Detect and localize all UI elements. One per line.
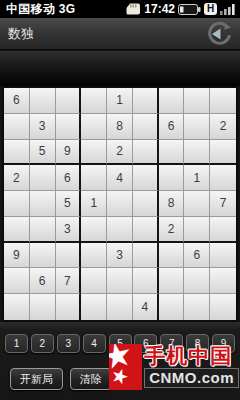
title-bar: 数独 [0,18,240,50]
sudoku-cell-r9c9[interactable] [210,294,236,320]
sudoku-cell-r6c2[interactable] [30,217,56,243]
sudoku-cell-r9c2[interactable] [30,294,56,320]
sudoku-cell-r5c7[interactable]: 8 [159,191,185,217]
sudoku-cell-r9c3[interactable] [56,294,82,320]
sudoku-cell-r7c7[interactable] [159,243,185,269]
key-8[interactable]: 8 [186,334,209,353]
sudoku-cell-r4c4[interactable] [81,165,107,191]
sudoku-cell-r5c4[interactable]: 1 [81,191,107,217]
sudoku-cell-r8c1[interactable] [4,268,30,294]
sudoku-cell-r5c5[interactable] [107,191,133,217]
key-4[interactable]: 4 [83,334,106,353]
sudoku-cell-r6c6[interactable] [133,217,159,243]
sudoku-cell-r8c3[interactable]: 7 [56,268,82,294]
sudoku-cell-r1c8[interactable] [184,88,210,114]
sudoku-cell-r6c3[interactable]: 3 [56,217,82,243]
sudoku-cell-r3c5[interactable]: 2 [107,140,133,166]
sudoku-cell-r5c2[interactable] [30,191,56,217]
sudoku-cell-r2c3[interactable] [56,114,82,140]
hspa-icon: H [204,3,217,15]
key-6[interactable]: 6 [134,334,157,353]
sudoku-cell-r4c8[interactable]: 1 [184,165,210,191]
sudoku-cell-r4c5[interactable]: 4 [107,165,133,191]
action-row: 开新局 清除 [0,368,240,392]
sudoku-cell-r1c6[interactable] [133,88,159,114]
clock: 17:42 [144,2,175,16]
sudoku-cell-r2c4[interactable] [81,114,107,140]
sudoku-cell-r7c1[interactable]: 9 [4,243,30,269]
sudoku-cell-r6c9[interactable] [210,217,236,243]
key-1[interactable]: 1 [5,334,28,353]
status-bar: 中国移动 3G 17:42 H [0,0,240,18]
key-2[interactable]: 2 [31,334,54,353]
key-7[interactable]: 7 [160,334,183,353]
sudoku-cell-r5c1[interactable] [4,191,30,217]
sudoku-cell-r8c7[interactable] [159,268,185,294]
carrier-label: 中国移动 3G [6,1,75,18]
sudoku-cell-r5c3[interactable]: 5 [56,191,82,217]
sudoku-cell-r8c5[interactable] [107,268,133,294]
sudoku-cell-r2c9[interactable]: 2 [210,114,236,140]
sudoku-cell-r1c3[interactable] [56,88,82,114]
sudoku-cell-r2c2[interactable]: 3 [30,114,56,140]
sudoku-cell-r6c5[interactable] [107,217,133,243]
sudoku-cell-r7c5[interactable]: 3 [107,243,133,269]
sudoku-board: 6138625922641518732936674 [2,86,238,322]
sudoku-cell-r7c8[interactable]: 6 [184,243,210,269]
sudoku-cell-r7c4[interactable] [81,243,107,269]
new-game-button[interactable]: 开新局 [10,368,63,390]
sudoku-cell-r1c2[interactable] [30,88,56,114]
sudoku-cell-r5c6[interactable] [133,191,159,217]
sudoku-cell-r9c8[interactable] [184,294,210,320]
sudoku-cell-r5c8[interactable] [184,191,210,217]
page-title: 数独 [8,25,34,43]
sudoku-cell-r9c4[interactable] [81,294,107,320]
key-9[interactable]: 9 [212,334,235,353]
sudoku-cell-r8c8[interactable] [184,268,210,294]
sudoku-cell-r8c9[interactable] [210,268,236,294]
sudoku-cell-r4c2[interactable] [30,165,56,191]
sudoku-cell-r9c6[interactable]: 4 [133,294,159,320]
sudoku-cell-r8c4[interactable] [81,268,107,294]
phone-screen: 中国移动 3G 17:42 H 数独 [0,0,240,400]
sudoku-cell-r9c1[interactable] [4,294,30,320]
sudoku-cell-r9c5[interactable] [107,294,133,320]
sudoku-cell-r3c4[interactable] [81,140,107,166]
sudoku-cell-r7c2[interactable] [30,243,56,269]
sudoku-cell-r2c8[interactable] [184,114,210,140]
sudoku-cell-r1c9[interactable] [210,88,236,114]
sudoku-cell-r7c6[interactable] [133,243,159,269]
number-keypad: 123456789 [0,334,240,353]
sudoku-cell-r9c7[interactable] [159,294,185,320]
sudoku-cell-r3c8[interactable] [184,140,210,166]
sudoku-cell-r6c4[interactable] [81,217,107,243]
sudoku-cell-r4c1[interactable]: 2 [4,165,30,191]
sudoku-cell-r4c7[interactable] [159,165,185,191]
sudoku-cell-r1c7[interactable] [159,88,185,114]
sudoku-cell-r3c9[interactable] [210,140,236,166]
key-3[interactable]: 3 [57,334,80,353]
sudoku-cell-r4c3[interactable]: 6 [56,165,82,191]
sudoku-cell-r7c3[interactable] [56,243,82,269]
sudoku-cell-r1c4[interactable] [81,88,107,114]
sudoku-cell-r3c1[interactable] [4,140,30,166]
sudoku-cell-r4c9[interactable] [210,165,236,191]
sudoku-cell-r2c1[interactable] [4,114,30,140]
sudoku-cell-r3c6[interactable] [133,140,159,166]
sudoku-cell-r5c9[interactable]: 7 [210,191,236,217]
sudoku-cell-r2c7[interactable]: 6 [159,114,185,140]
sudoku-cell-r8c2[interactable]: 6 [30,268,56,294]
sudoku-cell-r2c6[interactable] [133,114,159,140]
sudoku-cell-r1c1[interactable]: 6 [4,88,30,114]
battery-icon [178,4,201,15]
clear-button[interactable]: 清除 [70,368,112,390]
sudoku-cell-r8c6[interactable] [133,268,159,294]
sudoku-cell-r3c3[interactable]: 9 [56,140,82,166]
sd-card-icon [126,3,141,15]
sudoku-cell-r7c9[interactable] [210,243,236,269]
board-background [0,51,240,86]
sudoku-cell-r3c2[interactable]: 5 [30,140,56,166]
signal-icon [220,3,236,15]
sudoku-cell-r6c8[interactable] [184,217,210,243]
sudoku-cell-r4c6[interactable] [133,165,159,191]
key-5[interactable]: 5 [109,334,132,353]
sudoku-cell-r3c7[interactable] [159,140,185,166]
sudoku-cell-r6c1[interactable] [4,217,30,243]
back-refresh-icon[interactable] [204,20,232,48]
sudoku-cell-r2c5[interactable]: 8 [107,114,133,140]
sudoku-cell-r1c5[interactable]: 1 [107,88,133,114]
sudoku-cell-r6c7[interactable]: 2 [159,217,185,243]
